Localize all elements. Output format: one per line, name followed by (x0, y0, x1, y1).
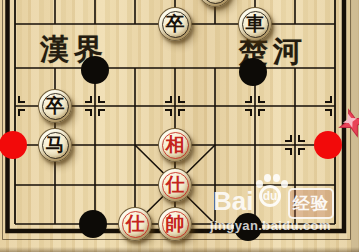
piece-label: 卒 (166, 14, 185, 33)
watermark-jingyan-badge: 经验 (288, 188, 334, 219)
baidu-watermark: Bai du 经验 jingyan.baidu.com (210, 173, 340, 239)
red-elephant[interactable]: 相 (158, 128, 192, 162)
red-advisor[interactable]: 仕 (118, 207, 152, 241)
piece-label: 車 (246, 14, 265, 33)
piece-label: 马 (46, 135, 65, 154)
piece-label: 仕 (166, 175, 185, 194)
piece-label: 卒 (46, 96, 65, 115)
baidu-paw-icon: du (256, 174, 288, 210)
black-horse[interactable]: 马 (38, 128, 72, 162)
highlight-dot (0, 131, 27, 159)
red-advisor[interactable]: 仕 (158, 168, 192, 202)
board-bottom-shade (0, 247, 359, 252)
xiangqi-board: 漢界 楚河 卒車卒马相仕仕帥 Bai du 经验 jingyan.baidu.c… (0, 0, 359, 252)
watermark-domain-text: jingyan.baidu.com (210, 218, 331, 233)
watermark-bai-text: Bai (213, 186, 253, 217)
watermark-du-text: du (259, 185, 281, 207)
elephant-point-dot (239, 58, 267, 86)
piece-label: 仕 (126, 214, 145, 233)
red-general[interactable]: 帥 (158, 207, 192, 241)
piece-label: 帥 (166, 214, 185, 233)
black-soldier[interactable]: 卒 (158, 7, 192, 41)
black-chariot[interactable]: 車 (238, 7, 272, 41)
black-soldier[interactable]: 卒 (38, 89, 72, 123)
star-cursor-icon (338, 103, 359, 145)
piece-label: 相 (166, 135, 185, 154)
elephant-point-dot (79, 210, 107, 238)
elephant-point-dot (81, 56, 109, 84)
